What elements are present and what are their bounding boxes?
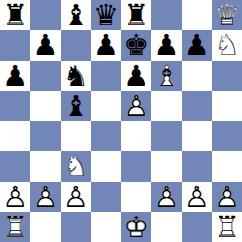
square-g1[interactable] bbox=[182, 212, 212, 242]
square-f3[interactable] bbox=[151, 151, 181, 181]
square-a7[interactable] bbox=[0, 30, 30, 60]
square-f7[interactable]: ♟ bbox=[151, 30, 181, 60]
piece-white-pawn-fill: ♟ bbox=[121, 91, 151, 121]
piece-white-pawn: ♙ bbox=[0, 182, 30, 212]
square-e5[interactable]: ♟♙ bbox=[121, 91, 151, 121]
square-a1[interactable]: ♜♖ bbox=[0, 212, 30, 242]
square-g7[interactable]: ♟ bbox=[182, 30, 212, 60]
square-f8[interactable] bbox=[151, 0, 181, 30]
piece-white-pawn: ♙ bbox=[121, 91, 151, 121]
square-f2[interactable]: ♟♙ bbox=[151, 182, 181, 212]
square-g2[interactable]: ♟♙ bbox=[182, 182, 212, 212]
square-b4[interactable] bbox=[30, 121, 60, 151]
square-e8[interactable]: ♜ bbox=[121, 0, 151, 30]
square-d7[interactable]: ♟ bbox=[91, 30, 121, 60]
square-a5[interactable] bbox=[0, 91, 30, 121]
square-g4[interactable] bbox=[182, 121, 212, 151]
piece-black-pawn: ♟ bbox=[151, 30, 181, 60]
square-f6[interactable]: ♝♗ bbox=[151, 61, 181, 91]
square-f1[interactable] bbox=[151, 212, 181, 242]
square-c3[interactable]: ♞♘ bbox=[61, 151, 91, 181]
piece-black-pawn: ♟ bbox=[30, 30, 60, 60]
square-g8[interactable] bbox=[182, 0, 212, 30]
square-c4[interactable] bbox=[61, 121, 91, 151]
piece-white-knight-fill: ♞ bbox=[212, 30, 242, 60]
square-h2[interactable]: ♟♙ bbox=[212, 182, 242, 212]
square-b1[interactable] bbox=[30, 212, 60, 242]
piece-white-rook: ♖ bbox=[212, 212, 242, 242]
square-e2[interactable] bbox=[121, 182, 151, 212]
square-g3[interactable] bbox=[182, 151, 212, 181]
square-d2[interactable] bbox=[91, 182, 121, 212]
square-a6[interactable]: ♟ bbox=[0, 61, 30, 91]
square-d6[interactable] bbox=[91, 61, 121, 91]
square-c5[interactable]: ♝ bbox=[61, 91, 91, 121]
square-c7[interactable] bbox=[61, 30, 91, 60]
square-b8[interactable] bbox=[30, 0, 60, 30]
piece-white-bishop-fill: ♝ bbox=[151, 61, 181, 91]
piece-black-queen: ♛ bbox=[91, 0, 121, 30]
piece-black-bishop: ♝ bbox=[61, 0, 91, 30]
square-d8[interactable]: ♛ bbox=[91, 0, 121, 30]
piece-white-knight: ♘ bbox=[61, 151, 91, 181]
piece-white-pawn-fill: ♟ bbox=[30, 182, 60, 212]
piece-black-rook: ♜ bbox=[121, 0, 151, 30]
piece-white-queen-fill: ♛ bbox=[212, 0, 242, 30]
square-g6[interactable] bbox=[182, 61, 212, 91]
square-a2[interactable]: ♟♙ bbox=[0, 182, 30, 212]
piece-white-king: ♔ bbox=[121, 212, 151, 242]
piece-white-pawn: ♙ bbox=[30, 182, 60, 212]
square-h6[interactable] bbox=[212, 61, 242, 91]
piece-black-king: ♚ bbox=[121, 30, 151, 60]
piece-white-pawn: ♙ bbox=[61, 182, 91, 212]
square-e6[interactable]: ♟ bbox=[121, 61, 151, 91]
piece-white-rook-fill: ♜ bbox=[212, 212, 242, 242]
square-b6[interactable] bbox=[30, 61, 60, 91]
piece-black-pawn: ♟ bbox=[91, 30, 121, 60]
square-c8[interactable]: ♝ bbox=[61, 0, 91, 30]
square-b7[interactable]: ♟ bbox=[30, 30, 60, 60]
square-f4[interactable] bbox=[151, 121, 181, 151]
square-e1[interactable]: ♚♔ bbox=[121, 212, 151, 242]
square-e7[interactable]: ♚ bbox=[121, 30, 151, 60]
piece-white-pawn-fill: ♟ bbox=[212, 182, 242, 212]
piece-white-pawn-fill: ♟ bbox=[151, 182, 181, 212]
square-a4[interactable] bbox=[0, 121, 30, 151]
square-h3[interactable] bbox=[212, 151, 242, 181]
piece-white-rook-fill: ♜ bbox=[0, 212, 30, 242]
square-c2[interactable]: ♟♙ bbox=[61, 182, 91, 212]
piece-white-king-fill: ♚ bbox=[121, 212, 151, 242]
piece-black-bishop: ♝ bbox=[61, 91, 91, 121]
square-a3[interactable] bbox=[0, 151, 30, 181]
piece-white-pawn: ♙ bbox=[212, 182, 242, 212]
square-b5[interactable] bbox=[30, 91, 60, 121]
square-h4[interactable] bbox=[212, 121, 242, 151]
piece-black-knight: ♞ bbox=[61, 61, 91, 91]
square-g5[interactable] bbox=[182, 91, 212, 121]
square-c1[interactable] bbox=[61, 212, 91, 242]
square-d4[interactable] bbox=[91, 121, 121, 151]
piece-white-pawn: ♙ bbox=[182, 182, 212, 212]
piece-black-pawn: ♟ bbox=[0, 61, 30, 91]
square-b3[interactable] bbox=[30, 151, 60, 181]
square-h5[interactable] bbox=[212, 91, 242, 121]
piece-white-pawn: ♙ bbox=[151, 182, 181, 212]
piece-white-pawn-fill: ♟ bbox=[182, 182, 212, 212]
square-e4[interactable] bbox=[121, 121, 151, 151]
square-d1[interactable] bbox=[91, 212, 121, 242]
square-h1[interactable]: ♜♖ bbox=[212, 212, 242, 242]
square-h7[interactable]: ♞♘ bbox=[212, 30, 242, 60]
square-d5[interactable] bbox=[91, 91, 121, 121]
square-h8[interactable]: ♛♕ bbox=[212, 0, 242, 30]
square-d3[interactable] bbox=[91, 151, 121, 181]
piece-black-pawn: ♟ bbox=[182, 30, 212, 60]
piece-black-pawn: ♟ bbox=[121, 61, 151, 91]
piece-white-knight-fill: ♞ bbox=[61, 151, 91, 181]
piece-white-pawn-fill: ♟ bbox=[0, 182, 30, 212]
square-c6[interactable]: ♞ bbox=[61, 61, 91, 91]
piece-white-knight: ♘ bbox=[212, 30, 242, 60]
piece-white-pawn-fill: ♟ bbox=[61, 182, 91, 212]
square-f5[interactable] bbox=[151, 91, 181, 121]
square-e3[interactable] bbox=[121, 151, 151, 181]
piece-white-queen: ♕ bbox=[212, 0, 242, 30]
piece-black-rook: ♜ bbox=[0, 0, 30, 30]
square-a8[interactable]: ♜ bbox=[0, 0, 30, 30]
chess-board: ♜♝♛♜♛♕♟♟♚♟♟♞♘♟♞♟♝♗♝♟♙♞♘♟♙♟♙♟♙♟♙♟♙♟♙♜♖♚♔♜… bbox=[0, 0, 242, 242]
square-b2[interactable]: ♟♙ bbox=[30, 182, 60, 212]
piece-white-rook: ♖ bbox=[0, 212, 30, 242]
piece-white-bishop: ♗ bbox=[151, 61, 181, 91]
